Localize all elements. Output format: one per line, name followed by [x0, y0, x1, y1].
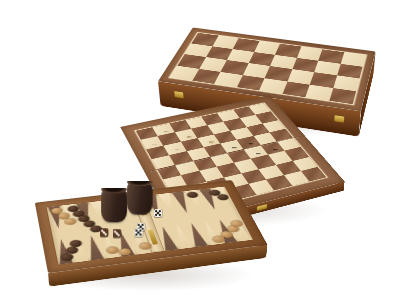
backgammon-scene: [41, 163, 253, 283]
case-pattern-square: [337, 63, 363, 78]
chess-piece-white-bishop-glyph: ♝: [163, 133, 187, 151]
die-brown[interactable]: [112, 229, 120, 237]
brass-clasp-icon: [335, 115, 345, 122]
case-pattern-square: [310, 72, 337, 88]
chess-piece-black-rook-glyph: ♜: [285, 141, 309, 157]
dice-cup[interactable]: [101, 188, 127, 222]
brass-clasp-icon: [247, 212, 250, 223]
die-white[interactable]: [154, 209, 162, 217]
dice-cup-body: [101, 188, 127, 222]
point-10[interactable]: [83, 234, 105, 260]
point-5[interactable]: [170, 224, 194, 249]
chess-piece-black-pawn-glyph: ♟: [244, 141, 268, 155]
chess-piece-black-queen-glyph: ♛: [270, 118, 293, 137]
die-brown-face: [112, 229, 120, 237]
point-15[interactable]: [75, 202, 95, 225]
case-pattern-square: [333, 75, 360, 91]
die-white[interactable]: [134, 228, 142, 236]
case-pattern-square: [314, 60, 340, 75]
chess-piece-black-pawn-glyph: ♟: [221, 135, 245, 149]
die-white-face: [154, 209, 162, 217]
chess-piece-black-king-glyph: ♚: [247, 112, 270, 132]
die-white-face: [134, 228, 142, 236]
die-brown[interactable]: [100, 228, 108, 236]
checker-dark[interactable]: [61, 253, 74, 261]
chess-piece-white-knight-glyph: ♞: [141, 129, 165, 146]
backgammon-board: [35, 180, 268, 273]
checker-dark[interactable]: [83, 220, 96, 228]
checker-dark[interactable]: [216, 194, 229, 201]
square-g1[interactable]: [283, 171, 309, 186]
dice-cup-rim: [101, 185, 127, 193]
brass-hinge-icon: [257, 204, 267, 211]
case-pattern-square: [329, 88, 356, 104]
die-brown-face: [100, 228, 108, 236]
product-photo-stage: ♟♜♞♟♞♝♛♟♚♟♟♛♟♟♟♟♜: [0, 0, 400, 300]
